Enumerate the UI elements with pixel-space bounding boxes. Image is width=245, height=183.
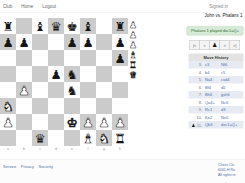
square-d2[interactable] <box>48 114 64 130</box>
move-alert: Phalanx 1 played dxc1=Q+ <box>186 26 243 36</box>
nav-item-club[interactable]: Club <box>3 4 12 9</box>
square-d3[interactable] <box>48 98 64 114</box>
move-row: 9.Rc1d3 <box>189 106 244 114</box>
black-move[interactable]: c5 <box>221 70 225 75</box>
white-pawn: ♟ <box>114 116 125 129</box>
move-number: ♟ 11. <box>189 121 204 129</box>
white-move[interactable]: Qb3 <box>205 123 213 128</box>
file-label-b: b <box>16 147 32 151</box>
captured-white-pawn: ♟ <box>129 20 137 29</box>
move-number: 5. <box>189 76 204 84</box>
square-g5[interactable] <box>96 66 112 82</box>
square-d6[interactable] <box>48 50 64 66</box>
history-prev-button[interactable]: < <box>200 40 211 50</box>
move-number: 4. <box>189 69 204 77</box>
square-h2[interactable]: ♟ <box>112 114 128 130</box>
square-a2[interactable]: ♟ <box>0 114 16 130</box>
square-e1[interactable] <box>64 130 80 146</box>
black-pawn: ♟ <box>114 36 125 49</box>
black-pawn: ♟ <box>66 36 77 49</box>
file-labels: abcdefgh <box>0 147 128 151</box>
black-queen: ♛ <box>50 20 61 33</box>
square-g7[interactable] <box>96 34 112 50</box>
white-move[interactable]: Bh6 <box>205 93 212 98</box>
square-e8[interactable]: ♚ <box>64 18 80 34</box>
nav-links: ClubHomeLogout <box>0 4 56 9</box>
move-number: 3. <box>189 61 204 69</box>
square-h5[interactable] <box>112 66 128 82</box>
black-move[interactable]: gxh6 <box>221 93 230 98</box>
square-c4[interactable] <box>32 82 48 98</box>
file-label-g: g <box>96 147 112 151</box>
history-last-button[interactable]: >| <box>230 40 241 50</box>
file-label-d: d <box>48 147 64 151</box>
square-b2[interactable] <box>16 114 32 130</box>
square-e4[interactable]: ♞ <box>64 82 80 98</box>
square-a3[interactable]: ♞ <box>0 98 16 114</box>
footer-info-line: All rights re <box>218 173 236 178</box>
history-first-button[interactable]: |< <box>190 40 201 50</box>
square-c6[interactable] <box>32 50 48 66</box>
white-move[interactable]: Rc1 <box>205 108 212 113</box>
square-c8[interactable]: ♝ <box>32 18 48 34</box>
current-move-pawn-icon: ♟ <box>191 122 196 127</box>
black-pawn: ♟ <box>2 36 13 49</box>
black-queen: ♛ <box>34 132 45 145</box>
square-g2[interactable]: ♟ <box>96 114 112 130</box>
black-move[interactable]: d5 <box>221 85 225 90</box>
white-pawn: ♟ <box>98 116 109 129</box>
white-king: ♚ <box>66 116 77 129</box>
black-move[interactable]: Nc6 <box>221 100 228 105</box>
black-move[interactable]: dxc1=Q+ <box>221 123 237 128</box>
file-label-h: h <box>112 147 128 151</box>
square-a8[interactable]: ♜ <box>0 18 16 34</box>
file-label-c: c <box>32 147 48 151</box>
square-e6[interactable] <box>64 50 80 66</box>
top-navbar: ClubHomeLogout Signed in <box>0 0 245 13</box>
file-label-a: a <box>0 147 16 151</box>
square-c1[interactable]: ♛ <box>32 130 48 146</box>
black-pawn: ♟ <box>18 36 29 49</box>
square-g4[interactable] <box>96 82 112 98</box>
move-row: 3.c3Nf6 <box>189 61 244 69</box>
black-knight: ♞ <box>66 84 77 97</box>
square-e7[interactable]: ♟ <box>64 34 80 50</box>
square-a4[interactable] <box>0 82 16 98</box>
square-b8[interactable] <box>16 18 32 34</box>
square-h6[interactable]: ♟ <box>112 50 128 66</box>
square-d8[interactable]: ♛ <box>48 18 64 34</box>
square-b7[interactable]: ♟ <box>16 34 32 50</box>
square-g1[interactable]: ♞ <box>96 130 112 146</box>
move-nav-buttons: |<<♟>>| <box>190 40 240 50</box>
white-move[interactable]: Ke2 <box>205 115 212 120</box>
black-knight: ♞ <box>66 68 77 81</box>
square-h4[interactable] <box>112 82 128 98</box>
white-pawn: ♟ <box>18 84 29 97</box>
black-bishop: ♝ <box>82 20 93 33</box>
signed-in-status: Signed in <box>209 4 245 9</box>
square-f6[interactable] <box>80 50 96 66</box>
move-number: 9. <box>189 106 204 114</box>
history-next-button[interactable]: > <box>220 40 231 50</box>
captured-white-rook: ♜ <box>129 60 137 69</box>
square-a5[interactable] <box>0 66 16 82</box>
square-f3[interactable] <box>80 98 96 114</box>
black-rook: ♜ <box>2 20 13 33</box>
black-move[interactable]: d3 <box>221 108 225 113</box>
square-a7[interactable]: ♟ <box>0 34 16 50</box>
history-piece-button[interactable]: ♟ <box>210 40 221 50</box>
square-b6[interactable] <box>16 50 32 66</box>
black-pawn: ♟ <box>82 36 93 49</box>
black-rook: ♜ <box>114 20 125 33</box>
square-f7[interactable]: ♟ <box>80 34 96 50</box>
white-move[interactable]: c3 <box>205 63 209 68</box>
black-king: ♚ <box>66 20 77 33</box>
white-move[interactable]: Bf4 <box>205 85 211 90</box>
black-move[interactable]: Ne5 <box>221 115 228 120</box>
square-c2[interactable] <box>32 114 48 130</box>
white-rook: ♜ <box>114 132 125 145</box>
game-title: John vs. Phalanx 1 <box>204 13 242 18</box>
square-e5[interactable]: ♞ <box>64 66 80 82</box>
nav-item-home[interactable]: Home <box>21 4 33 9</box>
move-row: 5.Na3cxd4 <box>189 76 244 84</box>
square-d7[interactable] <box>48 34 64 50</box>
footer-link-privacy[interactable]: Privacy <box>21 165 34 170</box>
white-knight: ♞ <box>98 132 109 145</box>
square-f2[interactable]: ♟ <box>80 114 96 130</box>
page: ClubHomeLogout Signed in ♜♝♛♚♝♜♟♟♟♟♟♟♟♞♟… <box>0 0 245 183</box>
square-g3[interactable] <box>96 98 112 114</box>
square-b4[interactable]: ♟ <box>16 82 32 98</box>
square-d1[interactable] <box>48 130 64 146</box>
move-history-table: Move History 3.c3Nf64.b4c55.Na3cxd46.Bf4… <box>189 54 244 129</box>
square-f1[interactable]: ♝ <box>80 130 96 146</box>
white-pawn: ♟ <box>82 116 93 129</box>
move-number: 7. <box>189 91 204 99</box>
square-g6[interactable] <box>96 50 112 66</box>
square-c3[interactable] <box>32 98 48 114</box>
move-row: 8.Qa4+Nc6 <box>189 99 244 107</box>
move-history-header-row: Move History <box>189 54 244 62</box>
square-c5[interactable] <box>32 66 48 82</box>
footer-link-security[interactable]: Security <box>38 165 52 170</box>
captured-white-bishop: ♝ <box>129 50 137 59</box>
captured-white-pawn: ♟ <box>129 30 137 39</box>
white-move[interactable]: b4 <box>205 70 209 75</box>
black-pawn: ♟ <box>50 68 61 81</box>
square-h3[interactable] <box>112 98 128 114</box>
move-row: 4.b4c5 <box>189 69 244 77</box>
white-bishop: ♝ <box>82 132 93 145</box>
square-d5[interactable]: ♟ <box>48 66 64 82</box>
black-bishop: ♝ <box>34 20 45 33</box>
square-b3[interactable] <box>16 98 32 114</box>
square-e3[interactable] <box>64 98 80 114</box>
square-f8[interactable]: ♝ <box>80 18 96 34</box>
move-history-body: 3.c3Nf64.b4c55.Na3cxd46.Bf4d57.Bh6gxh68.… <box>189 61 244 129</box>
white-pawn: ♟ <box>2 116 13 129</box>
stage: ClubHomeLogout Signed in ♜♝♛♚♝♜♟♟♟♟♟♟♟♞♟… <box>0 0 245 183</box>
move-history-header: Move History <box>189 54 244 62</box>
move-row: 7.Bh6gxh6 <box>189 91 244 99</box>
square-h8[interactable]: ♜ <box>112 18 128 34</box>
square-a6[interactable] <box>0 50 16 66</box>
footer: ServicePrivacySecurity Chess Clu6001-H R… <box>0 159 245 183</box>
square-h1[interactable]: ♜ <box>112 130 128 146</box>
white-knight: ♞ <box>2 100 13 113</box>
black-pawn: ♟ <box>114 52 125 65</box>
file-label-f: f <box>80 147 96 151</box>
captured-white-pawn: ♟ <box>129 40 137 49</box>
square-a1[interactable] <box>0 130 16 146</box>
black-move[interactable]: Nf6 <box>221 63 227 68</box>
captured-pieces-tray: ♟♟♟♝♜♛ <box>129 20 137 79</box>
square-h7[interactable]: ♟ <box>112 34 128 50</box>
white-move[interactable]: Na3 <box>205 78 212 83</box>
move-row: ♟ 11.Qb3dxc1=Q+ <box>189 121 244 129</box>
square-b1[interactable] <box>16 130 32 146</box>
square-c7[interactable] <box>32 34 48 50</box>
nav-item-logout[interactable]: Logout <box>42 4 56 9</box>
move-number: 8. <box>189 99 204 107</box>
square-b5[interactable] <box>16 66 32 82</box>
footer-info: Chess Clu6001-H RaAll rights re <box>218 163 236 178</box>
chess-board: ♜♝♛♚♝♜♟♟♟♟♟♟♟♞♟♞♞♟♚♟♟♟♛♝♞♜ <box>0 18 128 146</box>
move-row: 10.Ke2Ne5 <box>189 114 244 122</box>
square-d4[interactable] <box>48 82 64 98</box>
footer-link-service[interactable]: Service <box>3 165 16 170</box>
move-number: 6. <box>189 84 204 92</box>
white-move[interactable]: Qa4+ <box>205 100 215 105</box>
square-f4[interactable] <box>80 82 96 98</box>
file-label-e: e <box>64 147 80 151</box>
square-e2[interactable]: ♚ <box>64 114 80 130</box>
square-g8[interactable] <box>96 18 112 34</box>
captured-white-queen: ♛ <box>129 70 137 79</box>
move-row: 6.Bf4d5 <box>189 84 244 92</box>
square-f5[interactable] <box>80 66 96 82</box>
move-number: 10. <box>189 114 204 122</box>
black-move[interactable]: cxd4 <box>221 78 229 83</box>
footer-links: ServicePrivacySecurity <box>3 165 53 170</box>
